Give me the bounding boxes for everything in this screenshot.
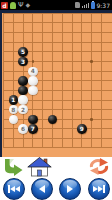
grid-cell: [42, 138, 52, 148]
last-move-button[interactable]: [88, 178, 110, 200]
grid-cell: [62, 128, 72, 138]
hoshi-dot: [90, 118, 93, 121]
grid-cell: [13, 13, 23, 23]
grid-cell: [72, 42, 82, 52]
grid-cell: [52, 61, 62, 71]
grid-cell: [32, 42, 42, 52]
grid-cell: [3, 22, 13, 32]
grid-cell: [62, 138, 72, 148]
grid-cell: [32, 138, 42, 148]
grid-cell: [62, 22, 72, 32]
grid-cell: [72, 138, 82, 148]
go-board[interactable]: 534182679: [0, 10, 112, 157]
grid-cell: [62, 42, 72, 52]
grid-cell: [101, 119, 112, 129]
d-badge-icon: d: [1, 2, 8, 9]
grid-cell: [52, 90, 62, 100]
grid-cell: [52, 138, 62, 148]
grid-cell: [42, 71, 52, 81]
grid-cell: [32, 100, 42, 110]
board-view-top-edge: [0, 10, 112, 13]
grid-cell: [3, 32, 13, 42]
status-left-icons: d Ψ ◆: [0, 1, 75, 9]
grid-cell: [72, 90, 82, 100]
grid-cell: [101, 90, 112, 100]
grid-cell: [3, 42, 13, 52]
grid-cell: [52, 100, 62, 110]
grid-cell: [101, 61, 112, 71]
grid-cell: [101, 71, 112, 81]
toolbar: [0, 157, 112, 177]
app-screen: d Ψ ◆ 9:37 534182679: [0, 0, 112, 200]
battery-icon: [91, 2, 95, 9]
grid-cell: [52, 42, 62, 52]
grid-cell: [62, 61, 72, 71]
grid-cell: [91, 80, 101, 90]
undo-arrow-icon[interactable]: [2, 158, 23, 176]
grid-cell: [101, 13, 112, 23]
grid-cell: [81, 80, 91, 90]
signal-icon: [82, 3, 89, 8]
grid-cell: [72, 109, 82, 119]
grid-cell: [3, 138, 13, 148]
grid-cell: [101, 32, 112, 42]
white-stone-D8: [28, 76, 37, 85]
grid-cell: [3, 13, 13, 23]
usb-icon: Ψ: [18, 1, 24, 9]
black-stone-C11: 5: [18, 47, 27, 56]
grid-cell: [72, 32, 82, 42]
grid-cell: [101, 109, 112, 119]
grid-cell: [3, 80, 13, 90]
grid-cell: [91, 100, 101, 110]
grid-cell: [101, 128, 112, 138]
grid-cell: [13, 138, 23, 148]
black-stone-B6: 1: [9, 95, 18, 104]
grid-cell: [23, 13, 33, 23]
grid-cell: [101, 100, 112, 110]
grid-cell: [91, 32, 101, 42]
white-stone-D9: 4: [28, 67, 37, 76]
grid-cell: [42, 32, 52, 42]
grid-cell: [81, 22, 91, 32]
grid-cell: [42, 80, 52, 90]
grid-cell: [13, 22, 23, 32]
grid-cell: [72, 13, 82, 23]
black-stone-C10: 3: [18, 57, 27, 66]
grid-cell: [62, 119, 72, 129]
grid-cell: [72, 100, 82, 110]
grid-cell: [101, 138, 112, 148]
grid-cell: [72, 61, 82, 71]
white-stone-B4: [9, 115, 18, 124]
grid-cell: [52, 71, 62, 81]
grid-cell: [62, 71, 72, 81]
grid-cell: [81, 138, 91, 148]
grid-cell: [23, 138, 33, 148]
grid-cell: [32, 13, 42, 23]
white-stone-C3: 6: [18, 124, 27, 133]
hoshi-dot: [90, 60, 93, 63]
grid-cell: [91, 109, 101, 119]
board-view-left-edge: [0, 10, 2, 157]
grid-cell: [52, 80, 62, 90]
grid-cell: [3, 71, 13, 81]
grid-cell: [72, 71, 82, 81]
misc-status-icon: ◆: [26, 1, 31, 9]
grid-cell: [62, 51, 72, 61]
status-bar: d Ψ ◆ 9:37: [0, 0, 112, 10]
grid-cell: [101, 22, 112, 32]
grid-cell: [62, 109, 72, 119]
white-stone-C6: [18, 95, 27, 104]
black-stone-C7: [18, 86, 27, 95]
black-stone-D4: [28, 115, 37, 124]
grid-cell: [52, 22, 62, 32]
grid-cell: [101, 42, 112, 52]
grid-cell: [3, 51, 13, 61]
grid-cell: [23, 22, 33, 32]
grid-cell: [42, 51, 52, 61]
next-move-button[interactable]: [59, 178, 81, 200]
grid-cell: [81, 13, 91, 23]
grid-cell: [13, 32, 23, 42]
grid-cell: [52, 13, 62, 23]
grid-cell: [42, 22, 52, 32]
grid-cell: [81, 32, 91, 42]
grid-cell: [101, 51, 112, 61]
grid-cell: [42, 61, 52, 71]
move-nav-bar: [0, 177, 112, 200]
home-icon[interactable]: [27, 157, 52, 177]
grid-cell: [91, 13, 101, 23]
black-stone-C8: [18, 76, 27, 85]
previous-move-button[interactable]: [31, 178, 53, 200]
grid-cell: [72, 51, 82, 61]
grid-cell: [52, 128, 62, 138]
grid-cell: [81, 42, 91, 52]
grid-cell: [52, 51, 62, 61]
grid-cell: [101, 80, 112, 90]
status-right-icons: 9:37: [75, 2, 112, 9]
grid-cell: [62, 32, 72, 42]
grid-cell: [62, 13, 72, 23]
grid-cell: [81, 71, 91, 81]
grid-cell: [91, 71, 101, 81]
grid-cell: [81, 100, 91, 110]
status-time: 9:37: [97, 2, 110, 9]
grid-cell: [72, 80, 82, 90]
grid-cell: [91, 42, 101, 52]
grid-cell: [42, 90, 52, 100]
grid-cell: [32, 32, 42, 42]
grid-cell: [62, 100, 72, 110]
sdcard-icon: [75, 2, 80, 8]
grid-cell: [72, 22, 82, 32]
refresh-icon[interactable]: [88, 158, 110, 175]
grid-cell: [42, 100, 52, 110]
grid-cell: [42, 13, 52, 23]
grid-cell: [23, 32, 33, 42]
grid-cell: [52, 32, 62, 42]
grid-cell: [91, 90, 101, 100]
hoshi-dot: [32, 60, 35, 63]
grid-cell: [3, 128, 13, 138]
grid-cell: [42, 42, 52, 52]
black-stone-D3: 7: [28, 124, 37, 133]
grid-cell: [32, 22, 42, 32]
grid-cell: [62, 80, 72, 90]
grid-cell: [3, 61, 13, 71]
grid-cell: [91, 138, 101, 148]
first-move-button[interactable]: [3, 178, 25, 200]
grid-cell: [62, 90, 72, 100]
grid-cell: [81, 90, 91, 100]
android-icon: [10, 2, 16, 9]
grid-cell: [91, 128, 101, 138]
grid-cell: [91, 22, 101, 32]
grid-cell: [42, 128, 52, 138]
black-stone-J3: 9: [77, 124, 86, 133]
white-stone-D7: [28, 86, 37, 95]
